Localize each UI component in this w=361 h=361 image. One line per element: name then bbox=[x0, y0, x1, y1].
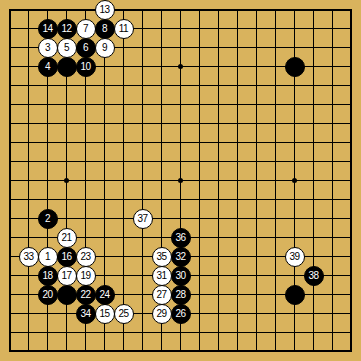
intersection[interactable] bbox=[133, 342, 152, 352]
black-handicap-stone-D16[interactable] bbox=[57, 57, 77, 77]
intersection[interactable] bbox=[266, 114, 285, 133]
intersection[interactable] bbox=[76, 114, 95, 133]
intersection[interactable] bbox=[152, 228, 171, 247]
intersection[interactable] bbox=[285, 266, 304, 285]
black-stone-26[interactable]: 26 bbox=[171, 304, 191, 324]
intersection[interactable] bbox=[38, 133, 57, 152]
intersection[interactable] bbox=[285, 323, 304, 342]
black-stone-12[interactable]: 12 bbox=[57, 19, 77, 39]
intersection[interactable] bbox=[152, 95, 171, 114]
intersection[interactable] bbox=[38, 171, 57, 190]
intersection[interactable] bbox=[76, 209, 95, 228]
intersection[interactable] bbox=[304, 95, 323, 114]
intersection[interactable] bbox=[57, 76, 76, 95]
intersection[interactable] bbox=[323, 19, 342, 38]
intersection[interactable] bbox=[76, 171, 95, 190]
intersection[interactable] bbox=[114, 57, 133, 76]
intersection[interactable] bbox=[266, 323, 285, 342]
intersection[interactable] bbox=[323, 133, 342, 152]
intersection[interactable] bbox=[190, 171, 209, 190]
intersection[interactable] bbox=[228, 266, 247, 285]
intersection[interactable] bbox=[133, 285, 152, 304]
intersection[interactable] bbox=[19, 171, 38, 190]
white-stone-33[interactable]: 33 bbox=[19, 247, 39, 267]
intersection[interactable] bbox=[9, 57, 19, 76]
intersection[interactable] bbox=[304, 190, 323, 209]
white-stone-23[interactable]: 23 bbox=[76, 247, 96, 267]
intersection[interactable] bbox=[342, 285, 352, 304]
intersection[interactable] bbox=[152, 57, 171, 76]
intersection[interactable] bbox=[152, 114, 171, 133]
intersection[interactable] bbox=[38, 190, 57, 209]
intersection[interactable] bbox=[323, 304, 342, 323]
intersection[interactable] bbox=[19, 323, 38, 342]
intersection[interactable] bbox=[95, 57, 114, 76]
intersection[interactable] bbox=[9, 209, 19, 228]
intersection[interactable] bbox=[190, 19, 209, 38]
intersection[interactable] bbox=[133, 38, 152, 57]
intersection[interactable] bbox=[228, 114, 247, 133]
black-stone-14[interactable]: 14 bbox=[38, 19, 58, 39]
black-stone-18[interactable]: 18 bbox=[38, 266, 58, 286]
intersection[interactable] bbox=[190, 38, 209, 57]
intersection[interactable] bbox=[323, 285, 342, 304]
intersection[interactable] bbox=[342, 76, 352, 95]
intersection[interactable] bbox=[171, 76, 190, 95]
intersection[interactable] bbox=[133, 171, 152, 190]
intersection[interactable] bbox=[228, 190, 247, 209]
intersection[interactable] bbox=[9, 247, 19, 266]
black-handicap-stone-Q16[interactable] bbox=[285, 57, 305, 77]
intersection[interactable] bbox=[304, 209, 323, 228]
intersection[interactable] bbox=[228, 247, 247, 266]
intersection[interactable] bbox=[190, 190, 209, 209]
intersection[interactable] bbox=[209, 114, 228, 133]
intersection[interactable] bbox=[304, 304, 323, 323]
intersection[interactable] bbox=[133, 247, 152, 266]
intersection[interactable] bbox=[285, 209, 304, 228]
intersection[interactable] bbox=[95, 323, 114, 342]
intersection[interactable] bbox=[190, 247, 209, 266]
intersection[interactable] bbox=[285, 190, 304, 209]
intersection[interactable] bbox=[266, 133, 285, 152]
intersection[interactable] bbox=[190, 95, 209, 114]
white-stone-11[interactable]: 11 bbox=[114, 19, 134, 39]
intersection[interactable] bbox=[19, 76, 38, 95]
intersection[interactable] bbox=[76, 323, 95, 342]
intersection[interactable] bbox=[38, 228, 57, 247]
intersection[interactable] bbox=[247, 285, 266, 304]
intersection[interactable] bbox=[209, 304, 228, 323]
intersection[interactable] bbox=[76, 76, 95, 95]
intersection[interactable] bbox=[190, 342, 209, 352]
intersection[interactable] bbox=[9, 266, 19, 285]
intersection[interactable] bbox=[228, 9, 247, 19]
intersection[interactable] bbox=[133, 57, 152, 76]
intersection[interactable] bbox=[342, 247, 352, 266]
intersection[interactable] bbox=[9, 190, 19, 209]
intersection[interactable] bbox=[285, 304, 304, 323]
intersection[interactable] bbox=[247, 133, 266, 152]
intersection[interactable] bbox=[133, 114, 152, 133]
intersection[interactable] bbox=[76, 95, 95, 114]
intersection[interactable] bbox=[323, 171, 342, 190]
intersection[interactable] bbox=[304, 9, 323, 19]
intersection[interactable] bbox=[57, 95, 76, 114]
intersection[interactable] bbox=[247, 57, 266, 76]
intersection[interactable] bbox=[38, 152, 57, 171]
intersection[interactable] bbox=[190, 152, 209, 171]
intersection[interactable] bbox=[19, 19, 38, 38]
intersection[interactable] bbox=[190, 228, 209, 247]
intersection[interactable] bbox=[266, 190, 285, 209]
intersection[interactable] bbox=[323, 209, 342, 228]
intersection[interactable] bbox=[171, 190, 190, 209]
intersection[interactable] bbox=[323, 228, 342, 247]
intersection[interactable] bbox=[38, 9, 57, 19]
intersection[interactable] bbox=[190, 76, 209, 95]
intersection[interactable] bbox=[266, 171, 285, 190]
intersection[interactable] bbox=[114, 285, 133, 304]
intersection[interactable] bbox=[76, 190, 95, 209]
intersection[interactable] bbox=[19, 38, 38, 57]
intersection[interactable] bbox=[38, 114, 57, 133]
intersection[interactable] bbox=[133, 152, 152, 171]
intersection[interactable] bbox=[228, 133, 247, 152]
intersection[interactable] bbox=[323, 95, 342, 114]
intersection[interactable] bbox=[266, 304, 285, 323]
intersection[interactable] bbox=[247, 152, 266, 171]
intersection[interactable] bbox=[266, 95, 285, 114]
intersection[interactable] bbox=[247, 171, 266, 190]
intersection[interactable] bbox=[285, 76, 304, 95]
intersection[interactable] bbox=[57, 323, 76, 342]
black-stone-34[interactable]: 34 bbox=[76, 304, 96, 324]
intersection[interactable] bbox=[304, 76, 323, 95]
intersection[interactable] bbox=[9, 114, 19, 133]
intersection[interactable] bbox=[95, 95, 114, 114]
intersection[interactable] bbox=[190, 9, 209, 19]
intersection[interactable] bbox=[304, 133, 323, 152]
intersection[interactable] bbox=[57, 190, 76, 209]
intersection[interactable] bbox=[266, 342, 285, 352]
intersection[interactable] bbox=[209, 171, 228, 190]
intersection[interactable] bbox=[285, 342, 304, 352]
intersection[interactable] bbox=[19, 152, 38, 171]
intersection[interactable] bbox=[171, 19, 190, 38]
intersection[interactable] bbox=[114, 171, 133, 190]
intersection[interactable] bbox=[95, 266, 114, 285]
intersection[interactable] bbox=[209, 152, 228, 171]
intersection[interactable] bbox=[342, 228, 352, 247]
intersection[interactable] bbox=[133, 9, 152, 19]
intersection[interactable] bbox=[304, 342, 323, 352]
intersection[interactable] bbox=[190, 285, 209, 304]
intersection[interactable] bbox=[95, 342, 114, 352]
intersection[interactable] bbox=[19, 285, 38, 304]
intersection[interactable] bbox=[76, 228, 95, 247]
intersection[interactable] bbox=[171, 9, 190, 19]
intersection[interactable] bbox=[209, 76, 228, 95]
intersection[interactable] bbox=[38, 342, 57, 352]
intersection[interactable] bbox=[152, 19, 171, 38]
intersection[interactable] bbox=[9, 133, 19, 152]
intersection[interactable] bbox=[323, 76, 342, 95]
intersection[interactable] bbox=[228, 209, 247, 228]
intersection[interactable] bbox=[323, 152, 342, 171]
intersection[interactable] bbox=[247, 38, 266, 57]
intersection[interactable] bbox=[152, 38, 171, 57]
intersection[interactable] bbox=[95, 76, 114, 95]
intersection[interactable] bbox=[9, 19, 19, 38]
intersection[interactable] bbox=[342, 133, 352, 152]
intersection[interactable] bbox=[133, 190, 152, 209]
intersection[interactable] bbox=[133, 19, 152, 38]
intersection[interactable] bbox=[171, 323, 190, 342]
intersection[interactable] bbox=[209, 19, 228, 38]
intersection[interactable] bbox=[304, 19, 323, 38]
black-handicap-stone-D4[interactable] bbox=[57, 285, 77, 305]
intersection[interactable] bbox=[19, 114, 38, 133]
intersection[interactable] bbox=[323, 342, 342, 352]
intersection[interactable] bbox=[57, 209, 76, 228]
intersection[interactable] bbox=[304, 323, 323, 342]
intersection[interactable] bbox=[114, 95, 133, 114]
black-stone-32[interactable]: 32 bbox=[171, 247, 191, 267]
intersection[interactable] bbox=[228, 76, 247, 95]
intersection[interactable] bbox=[114, 342, 133, 352]
intersection[interactable] bbox=[95, 171, 114, 190]
intersection[interactable] bbox=[114, 209, 133, 228]
intersection[interactable] bbox=[342, 266, 352, 285]
black-stone-2[interactable]: 2 bbox=[38, 209, 58, 229]
intersection[interactable] bbox=[304, 171, 323, 190]
intersection[interactable] bbox=[152, 9, 171, 19]
intersection[interactable] bbox=[114, 38, 133, 57]
intersection[interactable] bbox=[304, 228, 323, 247]
intersection[interactable] bbox=[9, 95, 19, 114]
intersection[interactable] bbox=[57, 152, 76, 171]
white-stone-19[interactable]: 19 bbox=[76, 266, 96, 286]
intersection[interactable] bbox=[342, 57, 352, 76]
white-stone-35[interactable]: 35 bbox=[152, 247, 172, 267]
intersection[interactable] bbox=[190, 266, 209, 285]
intersection[interactable] bbox=[114, 9, 133, 19]
intersection[interactable] bbox=[209, 57, 228, 76]
intersection[interactable] bbox=[19, 133, 38, 152]
intersection[interactable] bbox=[266, 247, 285, 266]
intersection[interactable] bbox=[285, 228, 304, 247]
intersection[interactable] bbox=[190, 114, 209, 133]
intersection[interactable] bbox=[342, 95, 352, 114]
intersection[interactable] bbox=[152, 209, 171, 228]
intersection[interactable] bbox=[133, 266, 152, 285]
intersection[interactable] bbox=[323, 247, 342, 266]
white-stone-3[interactable]: 3 bbox=[38, 38, 58, 58]
black-stone-36[interactable]: 36 bbox=[171, 228, 191, 248]
white-stone-15[interactable]: 15 bbox=[95, 304, 115, 324]
intersection[interactable] bbox=[19, 304, 38, 323]
white-stone-27[interactable]: 27 bbox=[152, 285, 172, 305]
intersection[interactable] bbox=[171, 209, 190, 228]
intersection[interactable] bbox=[133, 228, 152, 247]
intersection[interactable] bbox=[342, 152, 352, 171]
intersection[interactable] bbox=[228, 152, 247, 171]
intersection[interactable] bbox=[133, 76, 152, 95]
intersection[interactable] bbox=[266, 228, 285, 247]
white-stone-7[interactable]: 7 bbox=[76, 19, 96, 39]
intersection[interactable] bbox=[114, 323, 133, 342]
intersection[interactable] bbox=[323, 266, 342, 285]
white-stone-1[interactable]: 1 bbox=[38, 247, 58, 267]
intersection[interactable] bbox=[228, 304, 247, 323]
intersection[interactable] bbox=[209, 285, 228, 304]
intersection[interactable] bbox=[304, 285, 323, 304]
intersection[interactable] bbox=[285, 19, 304, 38]
intersection[interactable] bbox=[95, 133, 114, 152]
black-stone-16[interactable]: 16 bbox=[57, 247, 77, 267]
intersection[interactable] bbox=[57, 133, 76, 152]
intersection[interactable] bbox=[342, 9, 352, 19]
intersection[interactable] bbox=[76, 342, 95, 352]
intersection[interactable] bbox=[247, 95, 266, 114]
black-handicap-stone-Q4[interactable] bbox=[285, 285, 305, 305]
intersection[interactable] bbox=[228, 228, 247, 247]
intersection[interactable] bbox=[323, 38, 342, 57]
intersection[interactable] bbox=[114, 266, 133, 285]
intersection[interactable] bbox=[190, 304, 209, 323]
intersection[interactable] bbox=[209, 95, 228, 114]
intersection[interactable] bbox=[57, 9, 76, 19]
intersection[interactable] bbox=[304, 152, 323, 171]
intersection[interactable] bbox=[285, 9, 304, 19]
intersection[interactable] bbox=[247, 304, 266, 323]
intersection[interactable] bbox=[171, 95, 190, 114]
intersection[interactable] bbox=[342, 19, 352, 38]
intersection[interactable] bbox=[342, 209, 352, 228]
intersection[interactable] bbox=[342, 38, 352, 57]
intersection[interactable] bbox=[95, 228, 114, 247]
white-stone-13[interactable]: 13 bbox=[95, 0, 115, 20]
intersection[interactable] bbox=[76, 133, 95, 152]
white-stone-25[interactable]: 25 bbox=[114, 304, 134, 324]
black-stone-6[interactable]: 6 bbox=[76, 38, 96, 58]
intersection[interactable] bbox=[9, 285, 19, 304]
intersection[interactable] bbox=[266, 76, 285, 95]
intersection[interactable] bbox=[9, 9, 19, 19]
intersection[interactable] bbox=[342, 114, 352, 133]
black-stone-20[interactable]: 20 bbox=[38, 285, 58, 305]
intersection[interactable] bbox=[95, 190, 114, 209]
intersection[interactable] bbox=[342, 342, 352, 352]
intersection[interactable] bbox=[114, 228, 133, 247]
intersection[interactable] bbox=[76, 9, 95, 19]
intersection[interactable] bbox=[209, 9, 228, 19]
black-stone-30[interactable]: 30 bbox=[171, 266, 191, 286]
intersection[interactable] bbox=[247, 228, 266, 247]
intersection[interactable] bbox=[190, 57, 209, 76]
intersection[interactable] bbox=[228, 38, 247, 57]
intersection[interactable] bbox=[266, 209, 285, 228]
white-stone-29[interactable]: 29 bbox=[152, 304, 172, 324]
intersection[interactable] bbox=[114, 114, 133, 133]
intersection[interactable] bbox=[209, 342, 228, 352]
intersection[interactable] bbox=[114, 190, 133, 209]
intersection[interactable] bbox=[9, 323, 19, 342]
intersection[interactable] bbox=[9, 38, 19, 57]
black-stone-8[interactable]: 8 bbox=[95, 19, 115, 39]
intersection[interactable] bbox=[133, 304, 152, 323]
white-stone-39[interactable]: 39 bbox=[285, 247, 305, 267]
intersection[interactable] bbox=[209, 38, 228, 57]
intersection[interactable] bbox=[114, 152, 133, 171]
black-stone-10[interactable]: 10 bbox=[76, 57, 96, 77]
intersection[interactable] bbox=[152, 323, 171, 342]
black-stone-24[interactable]: 24 bbox=[95, 285, 115, 305]
intersection[interactable] bbox=[171, 133, 190, 152]
intersection[interactable] bbox=[9, 342, 19, 352]
intersection[interactable] bbox=[323, 190, 342, 209]
intersection[interactable] bbox=[342, 190, 352, 209]
intersection[interactable] bbox=[38, 323, 57, 342]
intersection[interactable] bbox=[133, 133, 152, 152]
intersection[interactable] bbox=[304, 114, 323, 133]
intersection[interactable] bbox=[266, 38, 285, 57]
intersection[interactable] bbox=[95, 152, 114, 171]
intersection[interactable] bbox=[266, 9, 285, 19]
intersection[interactable] bbox=[190, 323, 209, 342]
intersection[interactable] bbox=[266, 57, 285, 76]
intersection[interactable] bbox=[285, 95, 304, 114]
intersection[interactable] bbox=[114, 247, 133, 266]
intersection[interactable] bbox=[9, 152, 19, 171]
intersection[interactable] bbox=[247, 76, 266, 95]
intersection[interactable] bbox=[190, 133, 209, 152]
intersection[interactable] bbox=[152, 342, 171, 352]
intersection[interactable] bbox=[266, 266, 285, 285]
intersection[interactable] bbox=[57, 114, 76, 133]
intersection[interactable] bbox=[9, 171, 19, 190]
intersection[interactable] bbox=[342, 171, 352, 190]
intersection[interactable] bbox=[266, 152, 285, 171]
intersection[interactable] bbox=[95, 209, 114, 228]
intersection[interactable] bbox=[323, 57, 342, 76]
intersection[interactable] bbox=[152, 190, 171, 209]
intersection[interactable] bbox=[209, 190, 228, 209]
intersection[interactable] bbox=[9, 76, 19, 95]
intersection[interactable] bbox=[247, 190, 266, 209]
intersection[interactable] bbox=[19, 57, 38, 76]
intersection[interactable] bbox=[171, 152, 190, 171]
intersection[interactable] bbox=[9, 304, 19, 323]
intersection[interactable] bbox=[247, 323, 266, 342]
intersection[interactable] bbox=[323, 9, 342, 19]
intersection[interactable] bbox=[228, 285, 247, 304]
intersection[interactable] bbox=[342, 323, 352, 342]
intersection[interactable] bbox=[228, 57, 247, 76]
white-stone-5[interactable]: 5 bbox=[57, 38, 77, 58]
intersection[interactable] bbox=[57, 342, 76, 352]
intersection[interactable] bbox=[304, 38, 323, 57]
intersection[interactable] bbox=[19, 190, 38, 209]
intersection[interactable] bbox=[247, 247, 266, 266]
intersection[interactable] bbox=[209, 209, 228, 228]
intersection[interactable] bbox=[285, 38, 304, 57]
black-stone-22[interactable]: 22 bbox=[76, 285, 96, 305]
intersection[interactable] bbox=[19, 209, 38, 228]
black-stone-28[interactable]: 28 bbox=[171, 285, 191, 305]
intersection[interactable] bbox=[228, 95, 247, 114]
